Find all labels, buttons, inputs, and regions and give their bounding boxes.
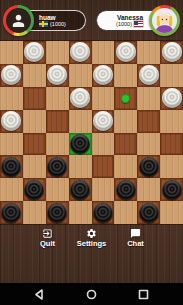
- board-square[interactable]: [114, 41, 137, 64]
- board-square[interactable]: [0, 110, 23, 133]
- board-square[interactable]: [114, 110, 137, 133]
- board-square[interactable]: [46, 155, 69, 178]
- checker-piece-dark[interactable]: [139, 157, 159, 177]
- board-square[interactable]: [69, 155, 92, 178]
- board-square[interactable]: [92, 133, 115, 156]
- board-square[interactable]: [160, 64, 183, 87]
- board-square[interactable]: [46, 201, 69, 224]
- board-square[interactable]: [23, 201, 46, 224]
- board-square[interactable]: [69, 201, 92, 224]
- board-square[interactable]: [46, 41, 69, 64]
- board-square[interactable]: [0, 155, 23, 178]
- checker-piece-white[interactable]: [1, 111, 21, 131]
- board-square[interactable]: [0, 133, 23, 156]
- checker-piece-white[interactable]: [162, 42, 182, 62]
- player-name-left: huaw: [39, 14, 56, 21]
- board-square[interactable]: [92, 110, 115, 133]
- android-nav-bar: [0, 283, 183, 305]
- board-square[interactable]: [0, 41, 23, 64]
- quit-button[interactable]: Quit: [31, 228, 65, 248]
- checker-piece-dark[interactable]: [116, 180, 136, 200]
- chat-button[interactable]: Chat: [119, 228, 153, 248]
- us-flag-icon: [134, 21, 143, 27]
- board-square[interactable]: [114, 201, 137, 224]
- board-square[interactable]: [160, 133, 183, 156]
- player-rating-left: (1000): [50, 21, 66, 27]
- checker-piece-white[interactable]: [47, 65, 67, 85]
- board-square[interactable]: [23, 64, 46, 87]
- player-rating-right: (1000): [116, 21, 132, 27]
- board-square[interactable]: [160, 41, 183, 64]
- board-square[interactable]: [114, 178, 137, 201]
- quit-label: Quit: [40, 240, 55, 248]
- player-name-right: Vanessa: [117, 14, 143, 21]
- board-square[interactable]: [92, 41, 115, 64]
- board-square[interactable]: [160, 110, 183, 133]
- board-square[interactable]: [69, 110, 92, 133]
- game-screen: huaw (1000) Vanessa (1000): [0, 0, 183, 305]
- board-square[interactable]: [0, 87, 23, 110]
- settings-label: Settings: [77, 240, 107, 248]
- checker-piece-dark[interactable]: [47, 203, 67, 223]
- board-square[interactable]: [46, 178, 69, 201]
- board-square[interactable]: [114, 64, 137, 87]
- checker-piece-dark[interactable]: [24, 180, 44, 200]
- board-square[interactable]: [137, 133, 160, 156]
- chat-bubble-icon: [130, 228, 141, 239]
- board-square[interactable]: [137, 87, 160, 110]
- board-square[interactable]: [137, 155, 160, 178]
- move-hint-dot[interactable]: [121, 94, 130, 103]
- board-square[interactable]: [114, 155, 137, 178]
- board-square[interactable]: [23, 155, 46, 178]
- board-square[interactable]: [0, 178, 23, 201]
- board-square[interactable]: [92, 178, 115, 201]
- board-square[interactable]: [137, 178, 160, 201]
- gear-icon: [86, 228, 97, 239]
- board-square[interactable]: [137, 201, 160, 224]
- board-square[interactable]: [160, 87, 183, 110]
- checker-piece-white[interactable]: [24, 42, 44, 62]
- board-square[interactable]: [23, 41, 46, 64]
- board-square[interactable]: [92, 64, 115, 87]
- exit-icon: [42, 228, 53, 239]
- board-square[interactable]: [46, 64, 69, 87]
- board-square[interactable]: [114, 87, 137, 110]
- checker-piece-white[interactable]: [162, 88, 182, 108]
- board-square[interactable]: [114, 133, 137, 156]
- checker-piece-dark[interactable]: [70, 180, 90, 200]
- board-square[interactable]: [137, 64, 160, 87]
- board-square[interactable]: [69, 133, 92, 156]
- checker-piece-dark[interactable]: [139, 203, 159, 223]
- person-icon: [10, 12, 27, 29]
- checker-piece-white[interactable]: [93, 111, 113, 131]
- home-icon[interactable]: [86, 289, 97, 300]
- chat-label: Chat: [127, 240, 144, 248]
- board-square[interactable]: [46, 87, 69, 110]
- checkers-board: [0, 41, 183, 224]
- board-square[interactable]: [92, 201, 115, 224]
- checker-piece-white[interactable]: [139, 65, 159, 85]
- recents-icon[interactable]: [138, 289, 149, 300]
- player-avatar-right[interactable]: [149, 5, 180, 36]
- checker-piece-dark[interactable]: [1, 157, 21, 177]
- swedish-flag-icon: [39, 21, 48, 27]
- checker-piece-white[interactable]: [70, 88, 90, 108]
- board-square[interactable]: [23, 133, 46, 156]
- board-square[interactable]: [160, 201, 183, 224]
- checker-piece-white[interactable]: [70, 42, 90, 62]
- checker-piece-dark[interactable]: [47, 157, 67, 177]
- board-square[interactable]: [69, 87, 92, 110]
- checker-piece-dark[interactable]: [70, 134, 90, 154]
- board-square[interactable]: [69, 178, 92, 201]
- board-square[interactable]: [23, 110, 46, 133]
- checker-piece-dark[interactable]: [93, 203, 113, 223]
- board-square[interactable]: [46, 110, 69, 133]
- board-square[interactable]: [69, 41, 92, 64]
- settings-button[interactable]: Settings: [75, 228, 109, 248]
- board-square[interactable]: [0, 201, 23, 224]
- board-square[interactable]: [0, 64, 23, 87]
- board-square[interactable]: [46, 133, 69, 156]
- girl-avatar-icon: [152, 8, 177, 33]
- board-square[interactable]: [92, 155, 115, 178]
- board-square[interactable]: [23, 178, 46, 201]
- checker-piece-white[interactable]: [93, 65, 113, 85]
- checker-piece-white[interactable]: [1, 65, 21, 85]
- board-square[interactable]: [137, 110, 160, 133]
- board-square[interactable]: [160, 155, 183, 178]
- checker-piece-dark[interactable]: [1, 203, 21, 223]
- back-icon[interactable]: [34, 289, 45, 300]
- checker-piece-dark[interactable]: [162, 180, 182, 200]
- board-square[interactable]: [160, 178, 183, 201]
- board-square[interactable]: [23, 87, 46, 110]
- checker-piece-white[interactable]: [116, 42, 136, 62]
- board-square[interactable]: [137, 41, 160, 64]
- bottom-controls: Quit Settings Chat: [0, 228, 183, 248]
- board-square[interactable]: [69, 64, 92, 87]
- player-avatar-left[interactable]: [3, 5, 34, 36]
- board-square[interactable]: [92, 87, 115, 110]
